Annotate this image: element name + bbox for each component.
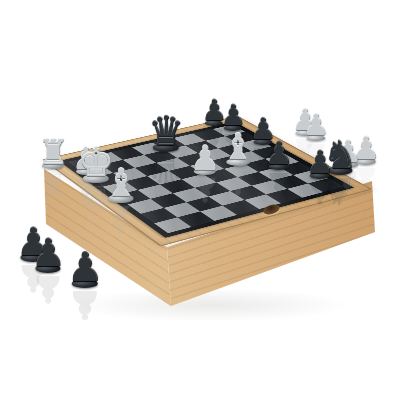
pawn-glyph: ♟ xyxy=(280,147,360,178)
piece-reflection: ♝ xyxy=(81,200,161,238)
piece-reflection: ♟ xyxy=(165,173,245,207)
product-photo-stage: ♜♜♟♟♚♚♝♝♟♟♝♝♟♟♛♛♟♟♟♟♟♟♟♟♞♞♟♟♟♟♟♟♟♟♟♟♟♟♟♟ xyxy=(0,0,400,400)
piece-reflection: ♟ xyxy=(45,285,125,325)
pawn-glyph: ♟ xyxy=(165,141,245,175)
piece-reflection: ♟ xyxy=(280,177,360,208)
piece-white-pawn-e5[interactable]: ♟♟ xyxy=(165,141,245,207)
piece-black-pawn[interactable]: ♟♟ xyxy=(45,247,125,325)
bishop-glyph: ♝ xyxy=(81,164,161,202)
piece-black-pawn-g2[interactable]: ♟♟ xyxy=(280,147,360,207)
pawn-glyph: ♟ xyxy=(45,247,125,287)
piece-white-bishop-a4[interactable]: ♝♝ xyxy=(81,164,161,238)
